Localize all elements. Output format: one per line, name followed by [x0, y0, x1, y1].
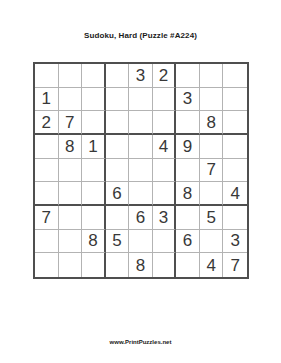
cell-r2c4 [106, 88, 130, 112]
cell-r3c7 [176, 111, 200, 135]
cell-r2c3 [82, 88, 106, 112]
cell-r6c8 [200, 182, 224, 206]
cell-r7c2 [59, 206, 83, 230]
cell-r3c8: 8 [200, 111, 224, 135]
cell-r9c4 [106, 253, 130, 277]
footer-url: www.PrintPuzzles.net [0, 339, 281, 345]
cell-r1c1 [35, 64, 59, 88]
cell-r3c2: 7 [59, 111, 83, 135]
cell-r1c7 [176, 64, 200, 88]
cell-r5c9 [223, 159, 247, 183]
cell-r4c2: 8 [59, 135, 83, 159]
cell-r9c6 [153, 253, 177, 277]
cell-r4c9 [223, 135, 247, 159]
cell-r8c9: 3 [223, 230, 247, 254]
cell-r5c4 [106, 159, 130, 183]
cell-r8c3: 8 [82, 230, 106, 254]
cell-r5c8: 7 [200, 159, 224, 183]
cell-r2c6 [153, 88, 177, 112]
cell-r7c1: 7 [35, 206, 59, 230]
cell-r3c6 [153, 111, 177, 135]
cell-r5c2 [59, 159, 83, 183]
cell-r6c1 [35, 182, 59, 206]
cell-r1c9 [223, 64, 247, 88]
cell-r6c6 [153, 182, 177, 206]
cell-r5c7 [176, 159, 200, 183]
cell-r3c4 [106, 111, 130, 135]
cell-r8c6 [153, 230, 177, 254]
cell-r5c6 [153, 159, 177, 183]
cell-r9c8: 4 [200, 253, 224, 277]
cell-r2c2 [59, 88, 83, 112]
cell-r1c3 [82, 64, 106, 88]
cell-r3c1: 2 [35, 111, 59, 135]
cell-r7c4 [106, 206, 130, 230]
cell-r9c2 [59, 253, 83, 277]
cell-r3c9 [223, 111, 247, 135]
cell-r2c8 [200, 88, 224, 112]
cell-r8c4: 5 [106, 230, 130, 254]
cell-r4c6: 4 [153, 135, 177, 159]
cell-r8c1 [35, 230, 59, 254]
cell-r8c7: 6 [176, 230, 200, 254]
cell-r1c6: 2 [153, 64, 177, 88]
cell-r2c5 [129, 88, 153, 112]
cell-r5c3 [82, 159, 106, 183]
cell-r1c8 [200, 64, 224, 88]
cell-r3c3 [82, 111, 106, 135]
page: { "game": "sudoku", "title": "Sudoku, Ha… [0, 0, 281, 363]
cell-r8c8 [200, 230, 224, 254]
puzzle-title: Sudoku, Hard (Puzzle #A224) [0, 31, 281, 40]
cell-r9c1 [35, 253, 59, 277]
cell-r7c9 [223, 206, 247, 230]
cell-r8c5 [129, 230, 153, 254]
cell-r9c5: 8 [129, 253, 153, 277]
cell-r4c7: 9 [176, 135, 200, 159]
cell-r7c8: 5 [200, 206, 224, 230]
cell-r6c5 [129, 182, 153, 206]
cell-r7c3 [82, 206, 106, 230]
cell-r3c5 [129, 111, 153, 135]
cell-r1c2 [59, 64, 83, 88]
cell-r4c8 [200, 135, 224, 159]
cell-r6c3 [82, 182, 106, 206]
cell-r2c7: 3 [176, 88, 200, 112]
cell-r7c7 [176, 206, 200, 230]
cell-r4c5 [129, 135, 153, 159]
cell-r7c5: 6 [129, 206, 153, 230]
cell-r6c9: 4 [223, 182, 247, 206]
cell-r9c7 [176, 253, 200, 277]
cell-r9c9: 7 [223, 253, 247, 277]
cell-r6c4: 6 [106, 182, 130, 206]
sudoku-board: 32132788149768476358563847 [33, 62, 249, 279]
cell-r5c1 [35, 159, 59, 183]
cell-r4c4 [106, 135, 130, 159]
cell-r4c1 [35, 135, 59, 159]
cell-r6c2 [59, 182, 83, 206]
cell-r9c3 [82, 253, 106, 277]
cell-r5c5 [129, 159, 153, 183]
cell-r7c6: 3 [153, 206, 177, 230]
cell-r1c4 [106, 64, 130, 88]
cell-r8c2 [59, 230, 83, 254]
cell-r2c9 [223, 88, 247, 112]
cell-r4c3: 1 [82, 135, 106, 159]
cell-r6c7: 8 [176, 182, 200, 206]
cell-r1c5: 3 [129, 64, 153, 88]
cell-r2c1: 1 [35, 88, 59, 112]
